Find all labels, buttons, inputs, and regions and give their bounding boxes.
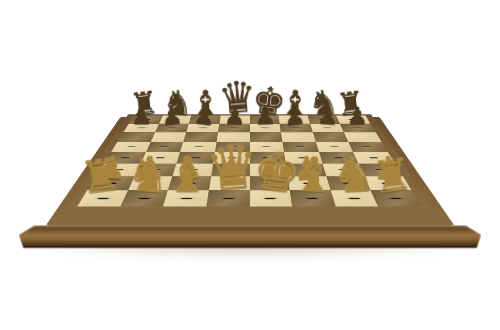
piece-black-pawn-c7: ♟ — [188, 102, 222, 130]
piece-white-knight-b1: ♞ — [124, 148, 170, 200]
square-g7: ♟ — [310, 124, 344, 133]
square-d1: ♛ — [206, 190, 249, 206]
piece-black-pawn-a7: ♟ — [126, 104, 157, 128]
square-h7: ♟ — [340, 124, 376, 133]
square-b1: ♞ — [120, 190, 168, 206]
piece-white-bishop-f1: ♝ — [291, 149, 335, 199]
square-g1: ♞ — [331, 190, 379, 206]
square-c1: ♝ — [163, 190, 209, 206]
square-c7: ♟ — [186, 124, 219, 133]
piece-white-rook-h1: ♜ — [369, 151, 416, 201]
chessboard: ♜♞♝♛♚♝♞♜♟♟♟♟♟♟♟♟♟♟♟♟♟♟♟♟♜♞♝♛♚♝♞♜ — [65, 114, 434, 211]
square-a7: ♟ — [123, 124, 159, 133]
board-squares: ♜♞♝♛♚♝♞♜♟♟♟♟♟♟♟♟♟♟♟♟♟♟♟♟♜♞♝♛♚♝♞♜ — [77, 116, 421, 207]
square-f7: ♟ — [280, 124, 313, 133]
square-f1: ♝ — [290, 190, 335, 206]
piece-black-pawn-f7: ♟ — [278, 102, 312, 130]
piece-black-pawn-b7: ♟ — [155, 103, 188, 130]
square-f6 — [281, 132, 315, 141]
piece-black-pawn-h7: ♟ — [342, 104, 373, 128]
photo-scene: ♜♞♝♛♚♝♞♜♟♟♟♟♟♟♟♟♟♟♟♟♟♟♟♟♜♞♝♛♚♝♞♜ — [0, 0, 500, 330]
piece-white-bishop-c1: ♝ — [166, 150, 208, 198]
piece-white-queen-d1: ♛ — [203, 136, 250, 200]
piece-black-pawn-g7: ♟ — [311, 103, 344, 130]
square-a6 — [117, 132, 154, 141]
square-h1: ♜ — [371, 190, 421, 206]
square-b6 — [150, 132, 186, 141]
square-g6 — [313, 132, 349, 141]
piece-black-pawn-d7: ♟ — [219, 103, 251, 128]
piece-white-rook-a1: ♜ — [77, 151, 124, 201]
board-frame: ♜♞♝♛♚♝♞♜♟♟♟♟♟♟♟♟♟♟♟♟♟♟♟♟♜♞♝♛♚♝♞♜ — [65, 114, 434, 211]
square-a1: ♜ — [77, 190, 127, 206]
square-e1: ♚ — [249, 190, 292, 206]
piece-black-pawn-e7: ♟ — [249, 103, 281, 128]
square-h6 — [344, 132, 381, 141]
board-base-molding — [18, 225, 480, 248]
square-b7: ♟ — [155, 124, 189, 133]
